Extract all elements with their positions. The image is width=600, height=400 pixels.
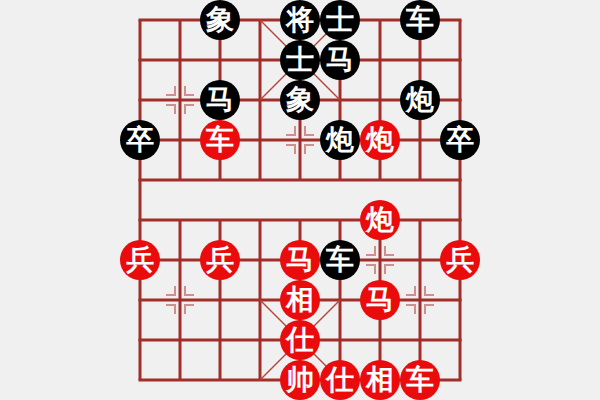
piece-red-advisor[interactable]: 仕: [320, 360, 360, 400]
piece-black-elephant[interactable]: 象: [200, 0, 240, 40]
piece-red-horse[interactable]: 马: [280, 240, 320, 280]
piece-black-chariot[interactable]: 车: [320, 240, 360, 280]
piece-black-cannon[interactable]: 炮: [320, 120, 360, 160]
piece-red-pawn[interactable]: 兵: [200, 240, 240, 280]
piece-black-pawn[interactable]: 卒: [440, 120, 480, 160]
piece-black-pawn[interactable]: 卒: [120, 120, 160, 160]
piece-red-pawn[interactable]: 兵: [440, 240, 480, 280]
piece-black-advisor[interactable]: 士: [280, 40, 320, 80]
piece-red-king[interactable]: 帅: [280, 360, 320, 400]
piece-red-advisor[interactable]: 仕: [280, 320, 320, 360]
piece-black-cannon[interactable]: 炮: [400, 80, 440, 120]
xiangqi-app: 象将士车士马马象炮卒炮卒车车炮炮兵兵马兵相马仕帅仕相车: [0, 0, 600, 400]
piece-red-cannon[interactable]: 炮: [360, 200, 400, 240]
piece-red-horse[interactable]: 马: [360, 280, 400, 320]
piece-black-elephant[interactable]: 象: [280, 80, 320, 120]
piece-black-king[interactable]: 将: [280, 0, 320, 40]
piece-black-horse[interactable]: 马: [320, 40, 360, 80]
piece-black-chariot[interactable]: 车: [400, 0, 440, 40]
piece-red-elephant[interactable]: 相: [280, 280, 320, 320]
piece-red-chariot[interactable]: 车: [400, 360, 440, 400]
piece-red-cannon[interactable]: 炮: [360, 120, 400, 160]
piece-red-pawn[interactable]: 兵: [120, 240, 160, 280]
piece-red-chariot[interactable]: 车: [200, 120, 240, 160]
piece-black-horse[interactable]: 马: [200, 80, 240, 120]
piece-black-advisor[interactable]: 士: [320, 0, 360, 40]
piece-red-elephant[interactable]: 相: [360, 360, 400, 400]
